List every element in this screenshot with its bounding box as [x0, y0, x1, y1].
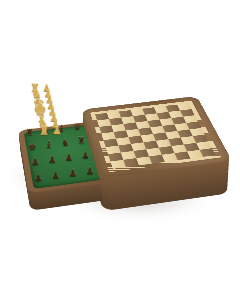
- piece-black-pawn-tray: ♟: [25, 157, 45, 166]
- chess-set-scene: ♜♞♝♛♚♝♞♜♟♟♟♟♟♟♟♟ ♜♞♝♛♚♝♞♜♟♟♟♟♟♟♟♟: [0, 0, 240, 300]
- piece-white-rook-h1: ♜: [34, 125, 53, 137]
- piece-black-king-tray: ♚: [23, 142, 42, 151]
- product-photo-chess-set: ♜♞♝♛♚♝♞♜♟♟♟♟♟♟♟♟ ♜♞♝♛♚♝♞♜♟♟♟♟♟♟♟♟: [0, 0, 240, 300]
- piece-black-pawn-tray: ♟: [28, 173, 49, 182]
